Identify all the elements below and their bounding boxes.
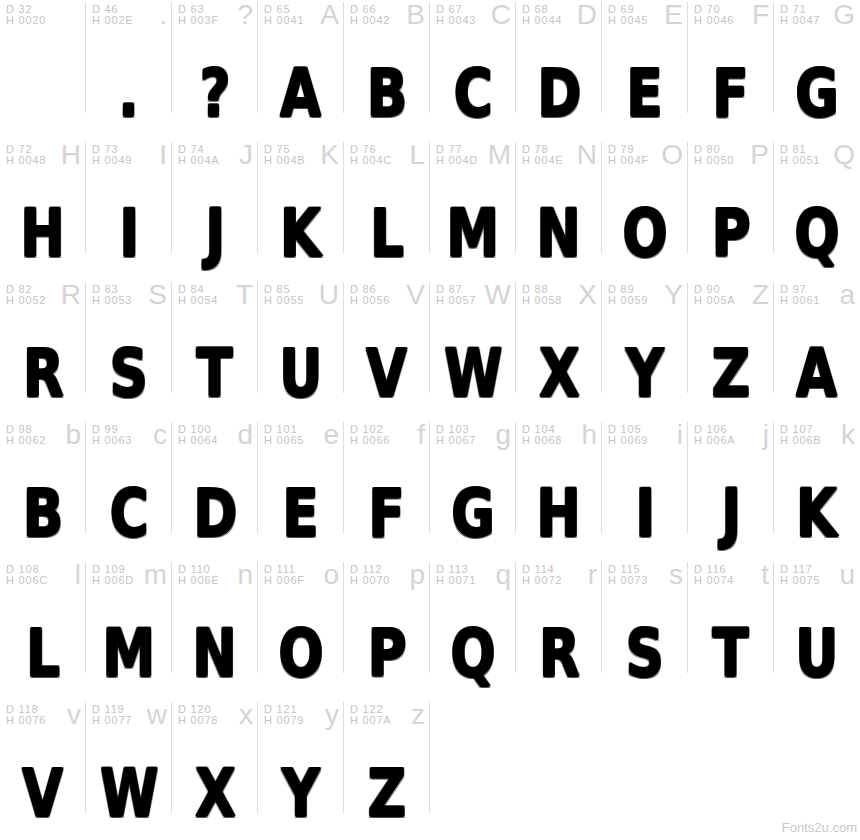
- glyph-cell: D 116 H 0074 t T: [688, 560, 774, 700]
- font-glyph: N: [516, 201, 602, 267]
- character-codes: D 88 H 0058: [522, 284, 562, 306]
- font-glyph-text: V: [367, 341, 408, 407]
- hex-code: H 0075: [780, 575, 820, 586]
- font-glyph: W: [430, 341, 516, 407]
- reference-character: V: [406, 280, 425, 310]
- font-glyph-text: A: [281, 61, 322, 127]
- glyph-cell: D 119 H 0077 w W: [86, 700, 172, 840]
- hex-code: H 0071: [436, 575, 476, 586]
- reference-character: m: [144, 560, 167, 590]
- font-glyph: Y: [602, 341, 688, 407]
- glyph-cell: D 76 H 004C L L: [344, 140, 430, 280]
- cell-separator-line: [429, 702, 430, 813]
- glyph-cell: D 68 H 0044 D D: [516, 0, 602, 140]
- reference-character: j: [763, 420, 769, 450]
- font-glyph-text: D: [193, 481, 237, 547]
- glyph-cell: D 113 H 0071 q Q: [430, 560, 516, 700]
- glyph-cell: D 101 H 0065 e E: [258, 420, 344, 560]
- glyph-cell: D 65 H 0041 A A: [258, 0, 344, 140]
- character-codes: D 118 H 0076: [6, 704, 46, 726]
- hex-code: H 0050: [694, 155, 734, 166]
- hex-code: H 0049: [92, 155, 132, 166]
- reference-character: o: [323, 560, 339, 590]
- font-glyph: O: [602, 201, 688, 267]
- hex-code: H 006B: [780, 435, 822, 446]
- font-glyph-text: M: [103, 621, 156, 687]
- font-glyph: D: [172, 481, 258, 547]
- font-glyph: .: [86, 61, 172, 127]
- glyph-cell: D 99 H 0063 c C: [86, 420, 172, 560]
- character-codes: D 97 H 0061: [780, 284, 820, 306]
- hex-code: H 004D: [436, 155, 478, 166]
- glyph-cell: D 104 H 0068 h H: [516, 420, 602, 560]
- font-glyph-text: O: [279, 621, 324, 687]
- character-codes: D 117 H 0075: [780, 564, 820, 586]
- font-glyph: S: [602, 621, 688, 687]
- reference-character: I: [159, 140, 167, 170]
- character-codes: D 119 H 0077: [92, 704, 132, 726]
- hex-code: H 0046: [694, 15, 734, 26]
- hex-code: H 0045: [608, 15, 648, 26]
- glyph-cell: D 46 H 002E . .: [86, 0, 172, 140]
- font-glyph: F: [344, 481, 430, 547]
- glyph-cell: D 112 H 0070 p P: [344, 560, 430, 700]
- font-glyph-text: P: [712, 201, 751, 267]
- glyph-cell: D 89 H 0059 Y Y: [602, 280, 688, 420]
- character-codes: D 70 H 0046: [694, 4, 734, 26]
- reference-character: r: [588, 560, 597, 590]
- font-glyph: I: [602, 481, 688, 547]
- reference-character: J: [239, 140, 253, 170]
- font-glyph: U: [258, 341, 344, 407]
- hex-code: H 0062: [6, 435, 46, 446]
- character-codes: D 65 H 0041: [264, 4, 304, 26]
- character-codes: D 121 H 0079: [264, 704, 304, 726]
- hex-code: H 004E: [522, 155, 564, 166]
- reference-character: M: [488, 140, 511, 170]
- glyph-cell: D 73 H 0049 I I: [86, 140, 172, 280]
- font-glyph-text: V: [23, 761, 64, 827]
- font-glyph-text: Y: [626, 341, 664, 407]
- hex-code: H 0041: [264, 15, 304, 26]
- character-codes: D 66 H 0042: [350, 4, 390, 26]
- character-codes: D 108 H 006C: [6, 564, 48, 586]
- font-glyph-text: N: [193, 621, 237, 687]
- font-glyph-text: J: [721, 481, 741, 547]
- font-glyph-text: Y: [282, 761, 320, 827]
- font-glyph-text: A: [797, 341, 838, 407]
- font-glyph-text: Q: [451, 621, 496, 687]
- font-glyph: J: [688, 481, 774, 547]
- font-glyph-text: S: [110, 341, 148, 407]
- reference-character: p: [409, 560, 425, 590]
- hex-code: H 0048: [6, 155, 46, 166]
- glyph-cell: D 84 H 0054 T T: [172, 280, 258, 420]
- font-glyph: L: [0, 621, 86, 687]
- font-glyph-text: X: [195, 761, 236, 827]
- reference-character: l: [75, 560, 81, 590]
- character-codes: D 76 H 004C: [350, 144, 392, 166]
- character-codes: D 85 H 0055: [264, 284, 304, 306]
- reference-character: w: [147, 700, 167, 730]
- font-glyph: [0, 61, 86, 127]
- character-codes: D 78 H 004E: [522, 144, 564, 166]
- character-codes: D 115 H 0073: [608, 564, 648, 586]
- font-glyph: Z: [344, 761, 430, 827]
- hex-code: H 0052: [6, 295, 46, 306]
- font-glyph-text: E: [627, 61, 663, 127]
- hex-code: H 0058: [522, 295, 562, 306]
- character-codes: D 116 H 0074: [694, 564, 734, 586]
- hex-code: H 006C: [6, 575, 48, 586]
- font-glyph-text: P: [368, 621, 407, 687]
- font-glyph: R: [516, 621, 602, 687]
- font-glyph: U: [774, 621, 860, 687]
- hex-code: H 005A: [694, 295, 736, 306]
- character-codes: D 84 H 0054: [178, 284, 218, 306]
- font-glyph-text: E: [283, 481, 319, 547]
- font-glyph: V: [0, 761, 86, 827]
- character-codes: D 109 H 006D: [92, 564, 134, 586]
- font-glyph-text: Z: [368, 761, 406, 827]
- font-glyph-text: F: [369, 481, 405, 547]
- font-glyph-text: S: [626, 621, 664, 687]
- character-codes: D 111 H 006F: [264, 564, 305, 586]
- reference-character: t: [761, 560, 769, 590]
- character-codes: D 63 H 003F: [178, 4, 219, 26]
- font-glyph-table-page: D 32 H 0020 D 46 H 002E . . D 63 H 003F …: [0, 0, 860, 840]
- character-codes: D 104 H 0068: [522, 424, 562, 446]
- glyph-cell: D 115 H 0073 s S: [602, 560, 688, 700]
- glyph-cell: D 85 H 0055 U U: [258, 280, 344, 420]
- character-codes: D 90 H 005A: [694, 284, 736, 306]
- glyph-cell: D 69 H 0045 E E: [602, 0, 688, 140]
- font-glyph-text: O: [623, 201, 668, 267]
- hex-code: H 0067: [436, 435, 476, 446]
- character-codes: D 110 H 006E: [178, 564, 220, 586]
- reference-character: e: [323, 420, 339, 450]
- glyph-cell: D 66 H 0042 B B: [344, 0, 430, 140]
- reference-character: b: [65, 420, 81, 450]
- glyph-cell: D 103 H 0067 g G: [430, 420, 516, 560]
- reference-character: W: [485, 280, 511, 310]
- hex-code: H 0020: [6, 15, 46, 26]
- glyph-cell: D 67 H 0043 C C: [430, 0, 516, 140]
- font-glyph: O: [258, 621, 344, 687]
- hex-code: H 0070: [350, 575, 390, 586]
- reference-character: H: [61, 140, 81, 170]
- hex-code: H 0044: [522, 15, 562, 26]
- hex-code: H 0061: [780, 295, 820, 306]
- font-glyph: X: [172, 761, 258, 827]
- hex-code: H 0064: [178, 435, 218, 446]
- reference-character: C: [491, 0, 511, 30]
- font-glyph: W: [86, 761, 172, 827]
- glyph-cell: D 110 H 006E n N: [172, 560, 258, 700]
- font-glyph: C: [86, 481, 172, 547]
- reference-character: d: [237, 420, 253, 450]
- glyph-cell: D 70 H 0046 F F: [688, 0, 774, 140]
- hex-code: H 0057: [436, 295, 476, 306]
- character-codes: D 113 H 0071: [436, 564, 476, 586]
- character-codes: D 83 H 0053: [92, 284, 132, 306]
- reference-character: a: [839, 280, 855, 310]
- reference-character: Z: [752, 280, 769, 310]
- character-codes: D 71 H 0047: [780, 4, 820, 26]
- font-glyph-text: G: [795, 61, 838, 127]
- reference-character: E: [664, 0, 683, 30]
- font-glyph: A: [258, 61, 344, 127]
- character-codes: D 82 H 0052: [6, 284, 46, 306]
- font-glyph: Q: [430, 621, 516, 687]
- reference-character: D: [577, 0, 597, 30]
- font-glyph-text: R: [539, 621, 580, 687]
- glyph-cell: D 111 H 006F o O: [258, 560, 344, 700]
- glyph-cell: D 79 H 004F O O: [602, 140, 688, 280]
- reference-character: S: [148, 280, 167, 310]
- font-glyph: K: [258, 201, 344, 267]
- glyph-cell: D 83 H 0053 S S: [86, 280, 172, 420]
- font-glyph: V: [344, 341, 430, 407]
- reference-character: s: [669, 560, 683, 590]
- hex-code: H 0069: [608, 435, 648, 446]
- character-codes: D 122 H 007A: [350, 704, 392, 726]
- glyph-cell: D 86 H 0056 V V: [344, 280, 430, 420]
- reference-character: c: [153, 420, 167, 450]
- hex-code: H 0059: [608, 295, 648, 306]
- font-glyph-text: Q: [795, 201, 840, 267]
- glyph-cell: D 63 H 003F ? ?: [172, 0, 258, 140]
- reference-character: f: [417, 420, 425, 450]
- character-codes: D 89 H 0059: [608, 284, 648, 306]
- reference-character: R: [61, 280, 81, 310]
- font-glyph-text: B: [367, 61, 407, 127]
- font-glyph-text: C: [454, 61, 493, 127]
- hex-code: H 0077: [92, 715, 132, 726]
- glyph-cell: D 118 H 0076 v V: [0, 700, 86, 840]
- glyph-grid: D 32 H 0020 D 46 H 002E . . D 63 H 003F …: [0, 0, 860, 840]
- character-codes: D 87 H 0057: [436, 284, 476, 306]
- character-codes: D 107 H 006B: [780, 424, 822, 446]
- font-glyph: K: [774, 481, 860, 547]
- font-glyph-text: L: [26, 621, 60, 687]
- font-glyph-text: W: [100, 761, 158, 827]
- font-glyph: H: [516, 481, 602, 547]
- reference-character: F: [752, 0, 769, 30]
- font-glyph: N: [172, 621, 258, 687]
- character-codes: D 101 H 0065: [264, 424, 304, 446]
- font-glyph-text: N: [537, 201, 581, 267]
- font-glyph: Z: [688, 341, 774, 407]
- font-glyph-text: I: [635, 481, 655, 547]
- character-codes: D 69 H 0045: [608, 4, 648, 26]
- glyph-cell: D 90 H 005A Z Z: [688, 280, 774, 420]
- font-glyph: Q: [774, 201, 860, 267]
- reference-character: O: [661, 140, 683, 170]
- glyph-cell: D 122 H 007A z Z: [344, 700, 430, 840]
- font-glyph-text: H: [537, 481, 581, 547]
- font-glyph-text: F: [713, 61, 749, 127]
- font-glyph-text: U: [796, 621, 839, 687]
- glyph-cell: D 88 H 0058 X X: [516, 280, 602, 420]
- reference-character: U: [319, 280, 339, 310]
- reference-character: q: [495, 560, 511, 590]
- glyph-cell: D 82 H 0052 R R: [0, 280, 86, 420]
- hex-code: H 0076: [6, 715, 46, 726]
- character-codes: D 81 H 0051: [780, 144, 820, 166]
- font-glyph: E: [602, 61, 688, 127]
- font-glyph: A: [774, 341, 860, 407]
- character-codes: D 99 H 0063: [92, 424, 132, 446]
- font-glyph: S: [86, 341, 172, 407]
- font-glyph-text: X: [539, 341, 580, 407]
- hex-code: H 0074: [694, 575, 734, 586]
- font-glyph: E: [258, 481, 344, 547]
- reference-character: .: [159, 0, 167, 30]
- hex-code: H 0053: [92, 295, 132, 306]
- character-codes: D 114 H 0072: [522, 564, 562, 586]
- reference-character: L: [409, 140, 425, 170]
- hex-code: H 003F: [178, 15, 219, 26]
- font-glyph: J: [172, 201, 258, 267]
- font-glyph-text: Z: [712, 341, 750, 407]
- character-codes: D 106 H 006A: [694, 424, 736, 446]
- font-glyph: R: [0, 341, 86, 407]
- character-codes: D 105 H 0069: [608, 424, 648, 446]
- character-codes: D 75 H 004B: [264, 144, 306, 166]
- glyph-cell: D 117 H 0075 u U: [774, 560, 860, 700]
- font-glyph: C: [430, 61, 516, 127]
- hex-code: H 0063: [92, 435, 132, 446]
- font-glyph-text: M: [447, 201, 500, 267]
- reference-character: i: [677, 420, 683, 450]
- font-glyph: ?: [172, 61, 258, 127]
- font-glyph: M: [430, 201, 516, 267]
- character-codes: D 79 H 004F: [608, 144, 649, 166]
- hex-code: H 0072: [522, 575, 562, 586]
- reference-character: G: [833, 0, 855, 30]
- font-glyph: B: [0, 481, 86, 547]
- hex-code: H 006A: [694, 435, 736, 446]
- font-glyph: Y: [258, 761, 344, 827]
- character-codes: D 68 H 0044: [522, 4, 562, 26]
- font-glyph-text: ?: [200, 61, 231, 127]
- hex-code: H 004A: [178, 155, 220, 166]
- reference-character: Q: [833, 140, 855, 170]
- character-codes: D 120 H 0078: [178, 704, 218, 726]
- glyph-cell: D 108 H 006C l L: [0, 560, 86, 700]
- font-glyph: D: [516, 61, 602, 127]
- character-codes: D 112 H 0070: [350, 564, 390, 586]
- character-codes: D 86 H 0056: [350, 284, 390, 306]
- reference-character: x: [239, 700, 253, 730]
- font-glyph: X: [516, 341, 602, 407]
- reference-character: k: [841, 420, 855, 450]
- hex-code: H 002E: [92, 15, 134, 26]
- glyph-cell: D 78 H 004E N N: [516, 140, 602, 280]
- glyph-cell: D 105 H 0069 i I: [602, 420, 688, 560]
- character-codes: D 77 H 004D: [436, 144, 478, 166]
- font-glyph-text: H: [21, 201, 65, 267]
- glyph-cell: D 121 H 0079 y Y: [258, 700, 344, 840]
- glyph-cell: D 109 H 006D m M: [86, 560, 172, 700]
- glyph-cell: D 81 H 0051 Q Q: [774, 140, 860, 280]
- font-glyph-text: C: [110, 481, 149, 547]
- font-glyph-text: T: [197, 341, 233, 407]
- hex-code: H 006E: [178, 575, 220, 586]
- reference-character: X: [578, 280, 597, 310]
- hex-code: H 0079: [264, 715, 304, 726]
- character-codes: D 46 H 002E: [92, 4, 134, 26]
- glyph-cell: D 32 H 0020: [0, 0, 86, 140]
- font-glyph-text: I: [119, 201, 139, 267]
- font-glyph: G: [774, 61, 860, 127]
- reference-character: v: [67, 700, 81, 730]
- font-glyph: F: [688, 61, 774, 127]
- reference-character: y: [325, 700, 339, 730]
- glyph-cell: D 107 H 006B k K: [774, 420, 860, 560]
- character-codes: D 72 H 0048: [6, 144, 46, 166]
- font-glyph-text: R: [23, 341, 64, 407]
- glyph-cell: D 102 H 0066 f F: [344, 420, 430, 560]
- character-codes: D 32 H 0020: [6, 4, 46, 26]
- hex-code: H 0051: [780, 155, 820, 166]
- hex-code: H 0056: [350, 295, 390, 306]
- glyph-cell: D 106 H 006A j J: [688, 420, 774, 560]
- glyph-cell: D 114 H 0072 r R: [516, 560, 602, 700]
- font-glyph: P: [344, 621, 430, 687]
- reference-character: z: [411, 700, 425, 730]
- font-glyph: T: [172, 341, 258, 407]
- hex-code: H 0066: [350, 435, 390, 446]
- hex-code: H 0043: [436, 15, 476, 26]
- font-glyph-text: K: [281, 201, 322, 267]
- hex-code: H 0068: [522, 435, 562, 446]
- character-codes: D 67 H 0043: [436, 4, 476, 26]
- glyph-cell: D 120 H 0078 x X: [172, 700, 258, 840]
- hex-code: H 0065: [264, 435, 304, 446]
- reference-character: T: [236, 280, 253, 310]
- font-glyph: G: [430, 481, 516, 547]
- reference-character: g: [495, 420, 511, 450]
- hex-code: H 0055: [264, 295, 304, 306]
- glyph-cell: D 98 H 0062 b B: [0, 420, 86, 560]
- font-glyph-text: K: [797, 481, 838, 547]
- hex-code: H 007A: [350, 715, 392, 726]
- hex-code: H 004F: [608, 155, 649, 166]
- glyph-cell: D 71 H 0047 G G: [774, 0, 860, 140]
- hex-code: H 006F: [264, 575, 305, 586]
- glyph-cell: D 87 H 0057 W W: [430, 280, 516, 420]
- hex-code: H 0073: [608, 575, 648, 586]
- reference-character: n: [237, 560, 253, 590]
- character-codes: D 100 H 0064: [178, 424, 218, 446]
- reference-character: N: [577, 140, 597, 170]
- font-glyph: T: [688, 621, 774, 687]
- glyph-cell: D 97 H 0061 a A: [774, 280, 860, 420]
- glyph-cell: D 80 H 0050 P P: [688, 140, 774, 280]
- font-glyph-text: T: [713, 621, 749, 687]
- font-glyph: B: [344, 61, 430, 127]
- hex-code: H 0054: [178, 295, 218, 306]
- reference-character: u: [839, 560, 855, 590]
- character-codes: D 73 H 0049: [92, 144, 132, 166]
- glyph-cell: D 77 H 004D M M: [430, 140, 516, 280]
- hex-code: H 004C: [350, 155, 392, 166]
- font-glyph: P: [688, 201, 774, 267]
- reference-character: B: [406, 0, 425, 30]
- font-glyph-text: J: [205, 201, 225, 267]
